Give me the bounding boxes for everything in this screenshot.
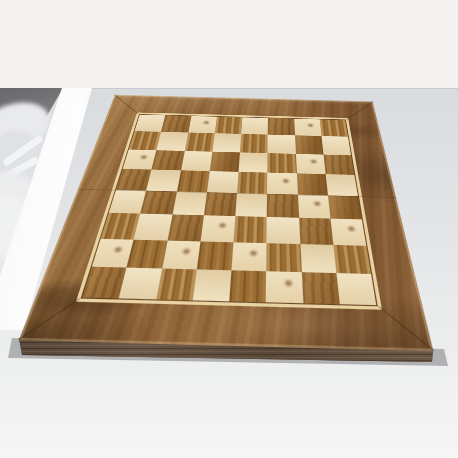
square-h3[interactable]: [330, 219, 366, 246]
square-g5[interactable]: [296, 173, 327, 195]
square-b8[interactable]: [161, 115, 191, 132]
square-h1[interactable]: [336, 273, 376, 305]
square-c8[interactable]: [188, 116, 217, 133]
square-b4[interactable]: [140, 191, 176, 215]
square-b2[interactable]: [127, 239, 167, 268]
square-d8[interactable]: [215, 117, 243, 134]
square-e1[interactable]: [229, 270, 266, 302]
square-f4[interactable]: [267, 194, 299, 218]
square-d6[interactable]: [210, 151, 240, 171]
square-d7[interactable]: [212, 133, 241, 152]
square-d2[interactable]: [197, 241, 234, 270]
square-c6[interactable]: [181, 151, 213, 171]
frame-miter-joint: [114, 95, 139, 115]
square-f5[interactable]: [267, 172, 297, 194]
square-h5[interactable]: [325, 174, 358, 196]
square-e3[interactable]: [233, 216, 266, 242]
square-e5[interactable]: [237, 172, 267, 194]
square-h7[interactable]: [321, 136, 351, 155]
square-b7[interactable]: [157, 132, 188, 151]
square-g1[interactable]: [301, 272, 339, 304]
square-f8[interactable]: [268, 118, 295, 135]
square-c7[interactable]: [184, 133, 214, 152]
square-c1[interactable]: [156, 268, 197, 300]
square-e8[interactable]: [241, 117, 268, 134]
square-g7[interactable]: [295, 135, 324, 154]
square-c5[interactable]: [177, 170, 210, 192]
square-h2[interactable]: [333, 244, 371, 273]
square-g8[interactable]: [294, 119, 322, 136]
square-b6[interactable]: [152, 150, 185, 170]
square-d5[interactable]: [207, 171, 239, 193]
square-e7[interactable]: [240, 134, 268, 153]
square-g2[interactable]: [300, 244, 336, 273]
square-e4[interactable]: [235, 193, 267, 217]
scene: [0, 0, 458, 458]
square-c2[interactable]: [162, 240, 201, 269]
square-f1[interactable]: [266, 271, 303, 303]
square-g6[interactable]: [295, 154, 325, 174]
square-g3[interactable]: [299, 218, 333, 245]
square-b3[interactable]: [134, 214, 172, 240]
square-b1[interactable]: [119, 267, 162, 299]
square-d4[interactable]: [204, 192, 237, 216]
square-h8[interactable]: [319, 119, 348, 136]
chessboard: [67, 30, 408, 356]
square-e6[interactable]: [239, 152, 268, 172]
square-b5[interactable]: [146, 169, 180, 191]
board-grid: [81, 114, 378, 306]
square-f6[interactable]: [267, 153, 296, 173]
square-d3[interactable]: [200, 215, 235, 241]
square-f3[interactable]: [267, 217, 300, 243]
square-c3[interactable]: [167, 215, 204, 241]
square-h4[interactable]: [328, 195, 362, 219]
square-g4[interactable]: [297, 195, 330, 219]
frame-miter-joint: [346, 101, 373, 119]
square-c4[interactable]: [172, 191, 207, 215]
inlay-border: [76, 112, 382, 309]
square-f7[interactable]: [268, 135, 296, 154]
square-e2[interactable]: [231, 242, 266, 271]
square-h6[interactable]: [323, 154, 354, 174]
square-d1[interactable]: [192, 269, 231, 301]
square-f2[interactable]: [266, 243, 301, 272]
